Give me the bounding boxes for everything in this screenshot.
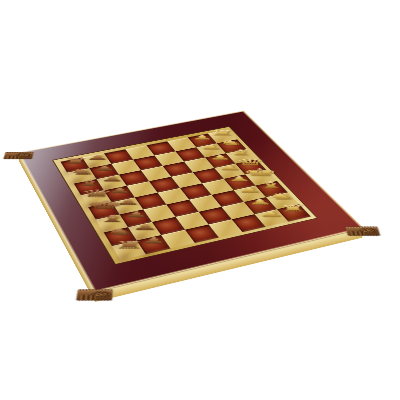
corner-foot-ionic-capital (3, 152, 33, 159)
chess-board: ♜♟♞♟♝♟♛♟♚♟♝♟♟♞♜♟♟♜♞♟♟♝♟♛♟♚♟♝♟♞♟♜ (18, 111, 363, 292)
scene: ♜♟♞♟♝♟♛♟♚♟♝♟♟♞♜♟♟♜♞♟♟♝♟♛♟♚♟♝♟♞♟♜ (0, 0, 400, 400)
product-photo: ♜♟♞♟♝♟♛♟♚♟♝♟♟♞♜♟♟♜♞♟♟♝♟♛♟♚♟♝♟♞♟♜ (0, 0, 400, 400)
